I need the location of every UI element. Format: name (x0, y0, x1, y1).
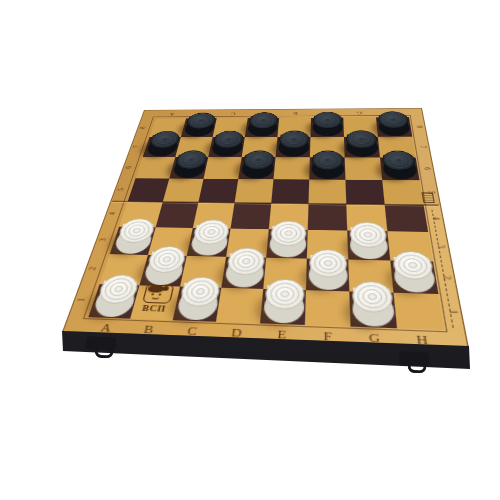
label-rank-left-1: 1 (75, 298, 87, 302)
edge-stamp (422, 192, 435, 202)
label-file-bottom-c: C (186, 324, 198, 337)
label-rank-right-7: 7 (418, 146, 428, 148)
label-rank-left-2: 2 (87, 267, 98, 271)
label-rank-left-5: 5 (116, 188, 126, 191)
label-rank-left-7: 7 (131, 146, 140, 148)
label-rank-right-8: 8 (415, 126, 424, 128)
label-file-top-e: E (293, 111, 298, 116)
latch-left (86, 336, 117, 351)
board-face: AABBCCDDEEFFGGHH1122334455667788 ВСП (62, 108, 469, 348)
label-file-bottom-b: B (143, 322, 155, 335)
label-file-bottom-a: A (99, 321, 113, 334)
label-file-bottom-f: F (323, 329, 331, 343)
label-rank-left-8: 8 (138, 127, 147, 129)
product-photo-scene: AABBCCDDEEFFGGHH1122334455667788 ВСП (0, 0, 500, 500)
checkers-board: AABBCCDDEEFFGGHH1122334455667788 ВСП (62, 108, 469, 348)
label-rank-left-4: 4 (107, 212, 117, 215)
label-file-top-c: C (230, 111, 236, 116)
label-file-bottom-e: E (277, 327, 287, 341)
label-file-bottom-g: G (368, 331, 380, 345)
label-rank-left-3: 3 (97, 238, 108, 241)
label-file-bottom-d: D (231, 326, 243, 339)
latch-right (399, 351, 430, 366)
label-rank-left-6: 6 (124, 166, 134, 169)
label-file-top-g: G (356, 111, 362, 116)
label-file-bottom-h: H (416, 332, 429, 346)
label-rank-right-6: 6 (422, 167, 432, 170)
